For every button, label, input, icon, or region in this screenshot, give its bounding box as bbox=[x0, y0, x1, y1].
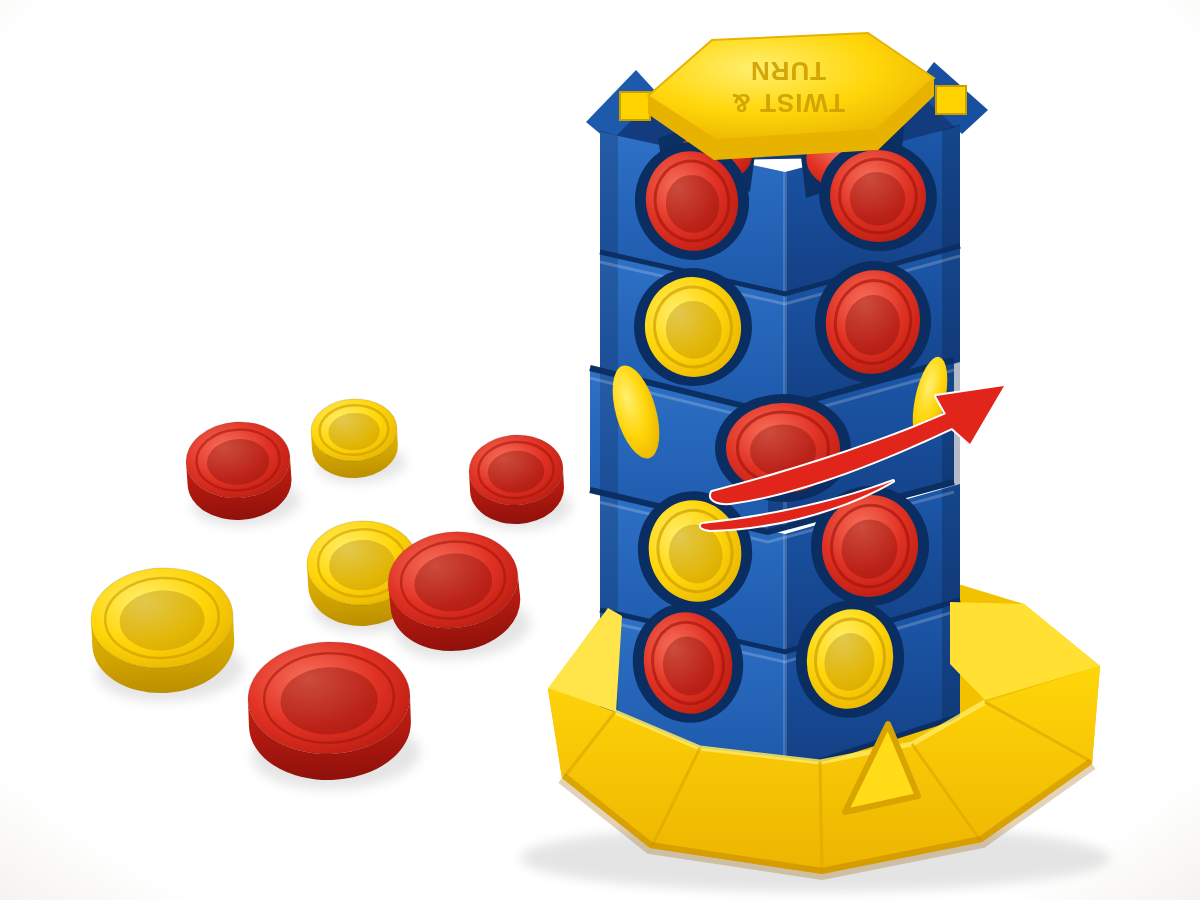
product-photo-stage: TWIST & TURN bbox=[0, 0, 1200, 900]
lid-clip-right bbox=[936, 86, 966, 114]
lid-clip-left bbox=[620, 92, 650, 120]
lid-logo-line1: TWIST & bbox=[731, 88, 845, 118]
connect-four-twist-scene: TWIST & TURN bbox=[0, 0, 1200, 900]
lid-logo-line2: TURN bbox=[750, 56, 826, 86]
